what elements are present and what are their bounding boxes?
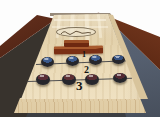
window-reflection-icon	[54, 19, 106, 21]
shuffleboard-photo: 123	[0, 0, 160, 117]
puck-blue-4[interactable]	[112, 55, 125, 64]
puck-blue-3[interactable]	[89, 55, 102, 65]
puck-red-3[interactable]	[85, 74, 99, 85]
zone-label-3: 3	[76, 79, 83, 92]
puck-blue-2[interactable]	[66, 56, 79, 66]
puck-blue-1[interactable]	[41, 57, 54, 67]
puck-red-1[interactable]	[36, 74, 50, 85]
puck-red-2[interactable]	[62, 74, 76, 85]
zone-label-1: 1	[82, 51, 86, 59]
puck-red-4[interactable]	[113, 73, 127, 83]
score-block-top	[64, 40, 89, 47]
brand-logo-icon	[56, 27, 96, 37]
